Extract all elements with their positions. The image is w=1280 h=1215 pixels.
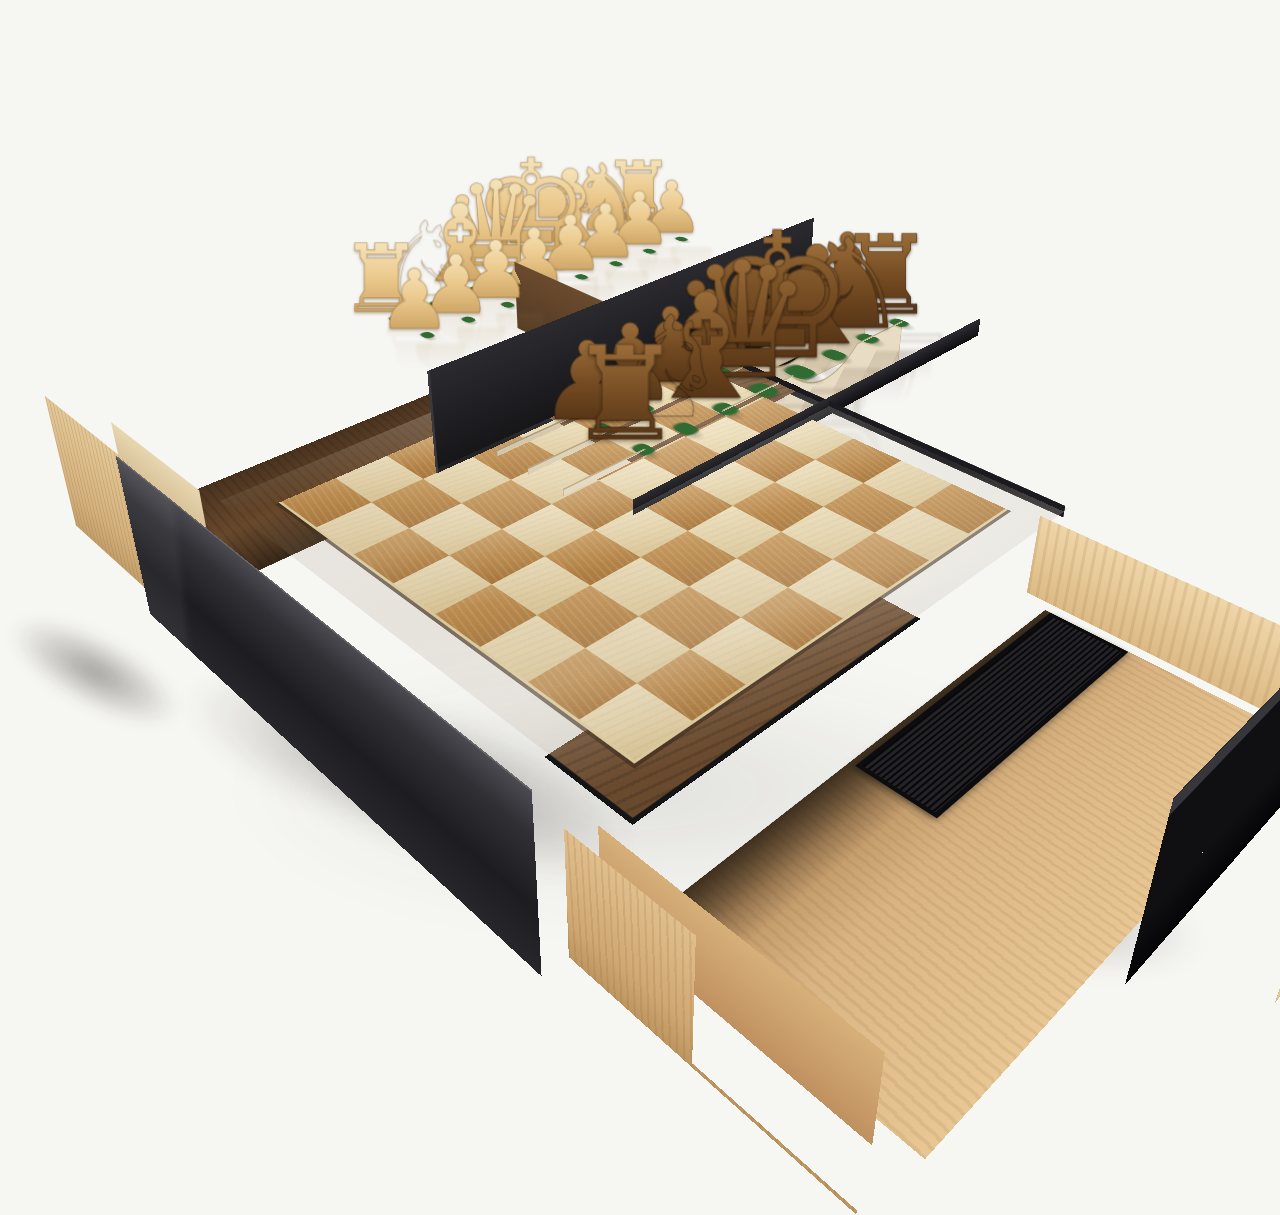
scene: ♜♜♟♟♟♟♜♜♞♞♟♟♟♟♞♞♝♝♟♟♟♟♝♝♚♚♟♟♟♟♚♚♛♛♟♟♟♟♛♛… — [0, 0, 1280, 1215]
pawn-icon: ♟ — [377, 258, 451, 340]
rook-icon: ♜ — [567, 330, 683, 459]
